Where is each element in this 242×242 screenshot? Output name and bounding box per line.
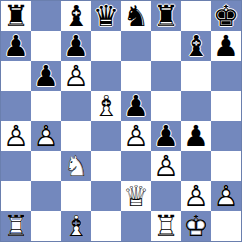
white-rook-f1[interactable]: ♜♖ <box>151 211 181 241</box>
white-piece-outline: ♖ <box>151 211 181 241</box>
square-b2[interactable] <box>31 181 61 211</box>
black-pawn-g4[interactable]: ♟ <box>181 121 211 151</box>
square-a8[interactable]: ♜ <box>1 1 31 31</box>
square-g1[interactable]: ♚♔ <box>181 211 211 241</box>
square-h4[interactable] <box>211 121 241 151</box>
white-pawn-b4[interactable]: ♟♙ <box>31 121 61 151</box>
white-piece-fill: ♟ <box>61 61 91 91</box>
square-a3[interactable] <box>1 151 31 181</box>
square-f3[interactable]: ♟♙ <box>151 151 181 181</box>
square-h6[interactable] <box>211 61 241 91</box>
black-pawn-e5[interactable]: ♟ <box>121 91 151 121</box>
square-h8[interactable]: ♚ <box>211 1 241 31</box>
white-bishop-d5[interactable]: ♝♗ <box>91 91 121 121</box>
square-g8[interactable] <box>181 1 211 31</box>
black-pawn-h7[interactable]: ♟ <box>211 31 241 61</box>
white-knight-c3[interactable]: ♞♘ <box>61 151 91 181</box>
black-piece-glyph: ♟ <box>181 121 211 151</box>
square-a7[interactable]: ♟ <box>1 31 31 61</box>
black-piece-glyph: ♝ <box>61 1 91 31</box>
square-h1[interactable] <box>211 211 241 241</box>
white-pawn-g2[interactable]: ♟♙ <box>181 181 211 211</box>
black-pawn-b6[interactable]: ♟ <box>31 61 61 91</box>
square-a2[interactable] <box>1 181 31 211</box>
square-g2[interactable]: ♟♙ <box>181 181 211 211</box>
white-piece-fill: ♚ <box>181 211 211 241</box>
square-c4[interactable] <box>61 121 91 151</box>
black-pawn-c7[interactable]: ♟ <box>61 31 91 61</box>
square-e7[interactable] <box>121 31 151 61</box>
white-piece-outline: ♙ <box>151 151 181 181</box>
square-d8[interactable]: ♛ <box>91 1 121 31</box>
white-piece-fill: ♟ <box>31 121 61 151</box>
white-piece-outline: ♕ <box>121 181 151 211</box>
black-bishop-c8[interactable]: ♝ <box>61 1 91 31</box>
white-piece-outline: ♖ <box>1 211 31 241</box>
square-e4[interactable]: ♟♙ <box>121 121 151 151</box>
black-piece-glyph: ♛ <box>91 1 121 31</box>
black-piece-glyph: ♟ <box>1 31 31 61</box>
black-rook-f8[interactable]: ♜ <box>151 1 181 31</box>
white-piece-fill: ♜ <box>1 211 31 241</box>
square-f2[interactable] <box>151 181 181 211</box>
square-c5[interactable] <box>61 91 91 121</box>
white-piece-fill: ♟ <box>151 151 181 181</box>
square-e8[interactable]: ♞ <box>121 1 151 31</box>
square-d1[interactable] <box>91 211 121 241</box>
white-piece-outline: ♙ <box>61 61 91 91</box>
black-piece-glyph: ♟ <box>151 121 181 151</box>
white-piece-outline: ♗ <box>91 91 121 121</box>
square-b5[interactable] <box>31 91 61 121</box>
square-e6[interactable] <box>121 61 151 91</box>
white-piece-fill: ♟ <box>121 121 151 151</box>
square-a6[interactable] <box>1 61 31 91</box>
black-piece-glyph: ♜ <box>151 1 181 31</box>
white-piece-fill: ♟ <box>211 181 241 211</box>
square-g4[interactable]: ♟ <box>181 121 211 151</box>
chess-board: ♜♝♛♞♜♚♟♟♝♟♟♟♙♝♗♟♟♙♟♙♟♙♟♟♞♘♟♙♛♕♟♙♟♙♜♖♝♗♜♖… <box>1 1 241 241</box>
black-piece-glyph: ♝ <box>181 31 211 61</box>
white-bishop-c1[interactable]: ♝♗ <box>61 211 91 241</box>
black-piece-glyph: ♟ <box>211 31 241 61</box>
square-e1[interactable] <box>121 211 151 241</box>
square-d5[interactable]: ♝♗ <box>91 91 121 121</box>
chess-board-frame: ♜♝♛♞♜♚♟♟♝♟♟♟♙♝♗♟♟♙♟♙♟♙♟♟♞♘♟♙♛♕♟♙♟♙♜♖♝♗♜♖… <box>0 0 242 242</box>
black-pawn-f4[interactable]: ♟ <box>151 121 181 151</box>
square-b4[interactable]: ♟♙ <box>31 121 61 151</box>
square-g3[interactable] <box>181 151 211 181</box>
square-e5[interactable]: ♟ <box>121 91 151 121</box>
white-piece-outline: ♙ <box>31 121 61 151</box>
white-piece-outline: ♙ <box>211 181 241 211</box>
white-piece-fill: ♞ <box>61 151 91 181</box>
white-piece-outline: ♘ <box>61 151 91 181</box>
white-pawn-e4[interactable]: ♟♙ <box>121 121 151 151</box>
square-h7[interactable]: ♟ <box>211 31 241 61</box>
white-piece-fill: ♝ <box>91 91 121 121</box>
white-piece-fill: ♝ <box>61 211 91 241</box>
square-c6[interactable]: ♟♙ <box>61 61 91 91</box>
square-a5[interactable] <box>1 91 31 121</box>
square-b6[interactable]: ♟ <box>31 61 61 91</box>
black-king-h8[interactable]: ♚ <box>211 1 241 31</box>
black-rook-a8[interactable]: ♜ <box>1 1 31 31</box>
white-piece-outline: ♔ <box>181 211 211 241</box>
square-f4[interactable]: ♟ <box>151 121 181 151</box>
white-rook-a1[interactable]: ♜♖ <box>1 211 31 241</box>
white-piece-fill: ♟ <box>181 181 211 211</box>
square-c2[interactable] <box>61 181 91 211</box>
black-piece-glyph: ♞ <box>121 1 151 31</box>
square-e2[interactable]: ♛♕ <box>121 181 151 211</box>
square-f1[interactable]: ♜♖ <box>151 211 181 241</box>
black-pawn-a7[interactable]: ♟ <box>1 31 31 61</box>
black-piece-glyph: ♟ <box>31 61 61 91</box>
square-e3[interactable] <box>121 151 151 181</box>
square-d3[interactable] <box>91 151 121 181</box>
square-c8[interactable]: ♝ <box>61 1 91 31</box>
square-d6[interactable] <box>91 61 121 91</box>
square-h3[interactable] <box>211 151 241 181</box>
square-b7[interactable] <box>31 31 61 61</box>
square-a1[interactable]: ♜♖ <box>1 211 31 241</box>
black-queen-d8[interactable]: ♛ <box>91 1 121 31</box>
white-pawn-c6[interactable]: ♟♙ <box>61 61 91 91</box>
white-king-g1[interactable]: ♚♔ <box>181 211 211 241</box>
square-d7[interactable] <box>91 31 121 61</box>
white-piece-outline: ♙ <box>121 121 151 151</box>
white-piece-outline: ♙ <box>1 121 31 151</box>
white-pawn-a4[interactable]: ♟♙ <box>1 121 31 151</box>
white-piece-outline: ♗ <box>61 211 91 241</box>
square-g5[interactable] <box>181 91 211 121</box>
square-h2[interactable]: ♟♙ <box>211 181 241 211</box>
square-b8[interactable] <box>31 1 61 31</box>
square-d2[interactable] <box>91 181 121 211</box>
square-g7[interactable]: ♝ <box>181 31 211 61</box>
black-piece-glyph: ♟ <box>121 91 151 121</box>
white-piece-fill: ♟ <box>1 121 31 151</box>
black-bishop-g7[interactable]: ♝ <box>181 31 211 61</box>
square-c3[interactable]: ♞♘ <box>61 151 91 181</box>
black-piece-glyph: ♜ <box>1 1 31 31</box>
square-c1[interactable]: ♝♗ <box>61 211 91 241</box>
white-piece-outline: ♙ <box>181 181 211 211</box>
white-piece-fill: ♜ <box>151 211 181 241</box>
black-piece-glyph: ♟ <box>61 31 91 61</box>
black-piece-glyph: ♚ <box>211 1 241 31</box>
square-f7[interactable] <box>151 31 181 61</box>
square-a4[interactable]: ♟♙ <box>1 121 31 151</box>
square-f6[interactable] <box>151 61 181 91</box>
white-pawn-f3[interactable]: ♟♙ <box>151 151 181 181</box>
black-knight-e8[interactable]: ♞ <box>121 1 151 31</box>
square-h5[interactable] <box>211 91 241 121</box>
square-c7[interactable]: ♟ <box>61 31 91 61</box>
square-f8[interactable]: ♜ <box>151 1 181 31</box>
square-f5[interactable] <box>151 91 181 121</box>
square-g6[interactable] <box>181 61 211 91</box>
square-b1[interactable] <box>31 211 61 241</box>
white-queen-e2[interactable]: ♛♕ <box>121 181 151 211</box>
white-pawn-h2[interactable]: ♟♙ <box>211 181 241 211</box>
white-piece-fill: ♛ <box>121 181 151 211</box>
square-b3[interactable] <box>31 151 61 181</box>
square-d4[interactable] <box>91 121 121 151</box>
